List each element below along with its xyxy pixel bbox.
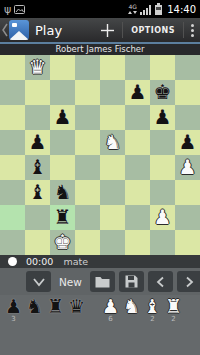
square-e7[interactable]	[100, 80, 125, 105]
captured-black-rook: ♜	[45, 296, 66, 323]
prev-move-button[interactable]	[148, 271, 173, 292]
square-g8[interactable]	[150, 55, 175, 80]
black-knight-c3: ♞	[50, 180, 75, 205]
app-icon[interactable]	[9, 20, 29, 40]
square-f8[interactable]	[125, 55, 150, 80]
new-game-button[interactable]: New	[55, 276, 86, 288]
captured-black-queen: ♛	[66, 296, 87, 323]
black-pawn-h5: ♟	[175, 130, 200, 155]
square-a8[interactable]	[0, 55, 25, 80]
white-pawn-h4: ♟	[175, 155, 200, 180]
captured-piece-icon: ♟	[5, 296, 22, 317]
captured-black-pawn: ♟3	[3, 296, 24, 323]
status-bar: ψ 4G 14:40	[0, 0, 200, 18]
square-e5[interactable]: ♞	[100, 130, 125, 155]
square-h2[interactable]	[175, 205, 200, 230]
square-e2[interactable]	[100, 205, 125, 230]
square-b8[interactable]: ♛	[25, 55, 50, 80]
captured-piece-icon: ♛	[68, 296, 85, 317]
floppy-icon	[125, 275, 138, 288]
usb-icon: ψ	[4, 4, 11, 15]
square-d3[interactable]	[75, 180, 100, 205]
black-pawn-g6: ♟	[150, 105, 175, 130]
clock-time: 14:40	[167, 4, 196, 15]
square-b4[interactable]: ♝	[25, 155, 50, 180]
square-f5[interactable]	[125, 130, 150, 155]
square-g5[interactable]	[150, 130, 175, 155]
square-g4[interactable]	[150, 155, 175, 180]
captured-piece-icon: ♞	[26, 296, 43, 317]
page-title: Play	[35, 23, 62, 38]
square-a6[interactable]	[0, 105, 25, 130]
square-c8[interactable]	[50, 55, 75, 80]
square-c3[interactable]: ♞	[50, 180, 75, 205]
square-e3[interactable]	[100, 180, 125, 205]
captured-piece-icon: ♞	[123, 296, 140, 317]
square-h5[interactable]: ♟	[175, 130, 200, 155]
next-move-button[interactable]	[177, 271, 200, 292]
network-indicator: 4G	[128, 4, 137, 14]
add-button[interactable]	[92, 18, 122, 42]
mate-status: mate	[63, 256, 88, 267]
options-label: OPTIONS	[131, 26, 175, 35]
game-time: 00:00	[26, 256, 53, 267]
square-g3[interactable]	[150, 180, 175, 205]
back-caret-icon[interactable]	[1, 22, 8, 38]
captured-white-knight: ♞	[121, 296, 142, 323]
square-g1[interactable]	[150, 230, 175, 255]
overflow-menu-button[interactable]	[184, 18, 200, 42]
chevron-left-icon	[156, 276, 165, 288]
white-to-move-icon	[8, 257, 17, 266]
game-toolbar: New	[0, 268, 200, 295]
square-h7[interactable]	[175, 80, 200, 105]
square-g7[interactable]: ♚	[150, 80, 175, 105]
square-c6[interactable]: ♟	[50, 105, 75, 130]
square-f4[interactable]	[125, 155, 150, 180]
square-h4[interactable]: ♟	[175, 155, 200, 180]
white-king-c1: ♚	[50, 230, 75, 255]
captured-pieces-row: ♟3♞♜♛♟6♞♝2♜2	[0, 295, 200, 323]
signal-icon	[140, 4, 152, 15]
square-g6[interactable]: ♟	[150, 105, 175, 130]
black-pawn-c6: ♟	[50, 105, 75, 130]
captured-count: 3	[11, 316, 15, 323]
data-arrows-icon	[128, 11, 137, 14]
square-b6[interactable]	[25, 105, 50, 130]
options-button[interactable]: OPTIONS	[123, 18, 183, 42]
square-a3[interactable]	[0, 180, 25, 205]
square-d8[interactable]	[75, 55, 100, 80]
captured-piece-icon: ♜	[165, 296, 182, 317]
captured-piece-icon: ♝	[144, 296, 161, 317]
open-button[interactable]	[90, 271, 115, 292]
square-f3[interactable]	[125, 180, 150, 205]
captured-count: 2	[171, 316, 175, 323]
black-rook-c2: ♜	[50, 205, 75, 230]
white-pawn-g2: ♟	[150, 205, 175, 230]
captured-white-rook: ♜2	[163, 296, 184, 323]
captured-piece-icon: ♜	[47, 296, 64, 317]
square-h1[interactable]	[175, 230, 200, 255]
captured-white-bishop: ♝2	[142, 296, 163, 323]
chess-board: ♛♟♚♟♟♟♞♟♝♟♝♞♜♟♚	[0, 55, 200, 255]
black-king-g7: ♚	[150, 80, 175, 105]
captured-tray: ♟3♞♜♛♟6♞♝2♜2	[0, 295, 200, 355]
square-c7[interactable]	[50, 80, 75, 105]
square-f2[interactable]	[125, 205, 150, 230]
captured-count: 6	[108, 316, 112, 323]
square-c2[interactable]: ♜	[50, 205, 75, 230]
square-d6[interactable]	[75, 105, 100, 130]
captured-piece-icon: ♟	[102, 296, 119, 317]
square-c1[interactable]: ♚	[50, 230, 75, 255]
folder-icon	[95, 276, 110, 288]
square-b7[interactable]	[25, 80, 50, 105]
screenshot-icon	[14, 4, 25, 15]
game-clock-bar: 00:00 mate	[0, 255, 200, 268]
black-bishop-b4: ♝	[25, 155, 50, 180]
chevron-down-icon	[32, 277, 46, 287]
collapse-button[interactable]	[26, 271, 51, 292]
square-b3[interactable]: ♝	[25, 180, 50, 205]
square-d2[interactable]	[75, 205, 100, 230]
save-button[interactable]	[119, 271, 144, 292]
battery-icon	[155, 3, 162, 15]
black-pawn-f7: ♟	[125, 80, 150, 105]
square-b5[interactable]: ♟	[25, 130, 50, 155]
action-bar: Play OPTIONS	[0, 18, 200, 44]
chevron-right-icon	[185, 276, 194, 288]
square-d7[interactable]	[75, 80, 100, 105]
square-e1[interactable]	[100, 230, 125, 255]
overflow-dots-icon	[191, 24, 194, 27]
square-b1[interactable]	[25, 230, 50, 255]
white-knight-e5: ♞	[100, 130, 125, 155]
square-d5[interactable]	[75, 130, 100, 155]
network-type-label: 4G	[128, 4, 136, 10]
square-a7[interactable]	[0, 80, 25, 105]
square-a4[interactable]	[0, 155, 25, 180]
captured-white-pawn: ♟6	[100, 296, 121, 323]
square-e8[interactable]	[100, 55, 125, 80]
captured-black-knight: ♞	[24, 296, 45, 323]
square-a2[interactable]	[0, 205, 25, 230]
square-h8[interactable]	[175, 55, 200, 80]
black-pawn-b5: ♟	[25, 130, 50, 155]
square-a1[interactable]	[0, 230, 25, 255]
square-h6[interactable]	[175, 105, 200, 130]
captured-count: 2	[150, 316, 154, 323]
square-b2[interactable]	[25, 205, 50, 230]
square-d4[interactable]	[75, 155, 100, 180]
player-name: Robert James Fischer	[55, 44, 144, 55]
square-d1[interactable]	[75, 230, 100, 255]
square-e6[interactable]	[100, 105, 125, 130]
square-c5[interactable]	[50, 130, 75, 155]
square-g2[interactable]: ♟	[150, 205, 175, 230]
player-bar: Robert James Fischer	[0, 44, 200, 55]
square-c4[interactable]	[50, 155, 75, 180]
plus-icon	[100, 23, 115, 38]
black-bishop-b3: ♝	[25, 180, 50, 205]
square-f1[interactable]	[125, 230, 150, 255]
square-h3[interactable]	[175, 180, 200, 205]
square-f7[interactable]: ♟	[125, 80, 150, 105]
square-f6[interactable]	[125, 105, 150, 130]
square-e4[interactable]	[100, 155, 125, 180]
white-queen-b8: ♛	[25, 55, 50, 80]
square-a5[interactable]	[0, 130, 25, 155]
